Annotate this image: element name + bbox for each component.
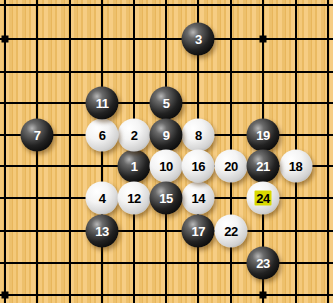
move-number-11: 11: [96, 96, 109, 111]
grid-line-vertical-0: [4, 0, 6, 303]
go-diagram: 123456789101112131415161718192021222324: [0, 0, 333, 303]
grid-line-vertical-10: [327, 0, 329, 303]
white-stone-move-10: 10: [150, 150, 183, 183]
move-number-19: 19: [256, 127, 269, 142]
move-number-24: 24: [254, 191, 271, 206]
white-stone-move-2: 2: [118, 118, 151, 151]
grid-line-vertical-1: [36, 0, 38, 303]
move-number-22: 22: [224, 224, 237, 239]
black-stone-move-21: 21: [247, 150, 280, 183]
white-stone-move-18: 18: [279, 150, 312, 183]
black-stone-move-1: 1: [118, 150, 151, 183]
move-number-15: 15: [159, 191, 172, 206]
move-number-6: 6: [99, 127, 106, 142]
black-stone-move-23: 23: [247, 247, 280, 280]
white-stone-move-16: 16: [182, 150, 215, 183]
move-number-23: 23: [256, 256, 269, 271]
grid-line-vertical-2: [69, 0, 71, 303]
move-number-1: 1: [131, 159, 138, 174]
grid-line-horizontal-9: [0, 294, 333, 296]
black-stone-move-19: 19: [247, 118, 280, 151]
black-stone-move-9: 9: [150, 118, 183, 151]
grid-line-horizontal-8: [0, 262, 333, 264]
grid-line-horizontal-0: [0, 4, 333, 6]
black-stone-move-11: 11: [86, 87, 119, 120]
grid-line-vertical-3: [101, 0, 103, 303]
white-stone-move-6: 6: [86, 118, 119, 151]
move-number-18: 18: [289, 159, 302, 174]
move-number-20: 20: [224, 159, 237, 174]
white-stone-move-22: 22: [215, 215, 248, 248]
move-number-3: 3: [195, 32, 202, 47]
move-number-16: 16: [192, 159, 205, 174]
white-stone-move-4: 4: [86, 182, 119, 215]
move-number-14: 14: [192, 191, 205, 206]
star-point-0: [2, 36, 9, 43]
white-stone-move-12: 12: [118, 182, 151, 215]
go-board[interactable]: 123456789101112131415161718192021222324: [0, 0, 333, 303]
move-number-9: 9: [163, 127, 170, 142]
move-number-7: 7: [34, 127, 41, 142]
white-stone-move-24: 24: [247, 182, 280, 215]
white-stone-move-8: 8: [182, 118, 215, 151]
move-number-12: 12: [127, 191, 140, 206]
grid-line-horizontal-1: [0, 38, 333, 40]
black-stone-move-3: 3: [182, 23, 215, 56]
move-number-2: 2: [131, 127, 138, 142]
black-stone-move-15: 15: [150, 182, 183, 215]
move-number-17: 17: [192, 224, 205, 239]
grid-line-horizontal-2: [0, 71, 333, 73]
white-stone-move-14: 14: [182, 182, 215, 215]
move-number-13: 13: [95, 224, 108, 239]
grid-line-horizontal-7: [0, 230, 333, 232]
black-stone-move-5: 5: [150, 87, 183, 120]
move-number-8: 8: [195, 127, 202, 142]
move-number-4: 4: [99, 191, 106, 206]
white-stone-move-20: 20: [215, 150, 248, 183]
black-stone-move-17: 17: [182, 215, 215, 248]
star-point-1: [260, 36, 267, 43]
black-stone-move-7: 7: [21, 118, 54, 151]
star-point-3: [260, 291, 267, 298]
move-number-21: 21: [256, 159, 269, 174]
move-number-10: 10: [159, 159, 172, 174]
move-number-5: 5: [163, 96, 170, 111]
star-point-2: [2, 291, 9, 298]
black-stone-move-13: 13: [86, 215, 119, 248]
